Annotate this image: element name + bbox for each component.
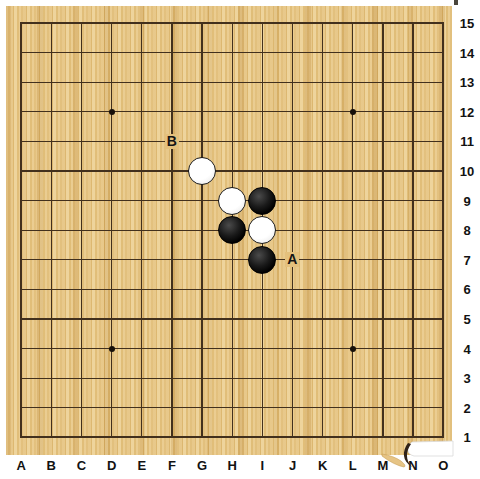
intersection (368, 156, 398, 186)
intersection (337, 127, 367, 157)
intersection (6, 304, 36, 334)
coord-letter-K: K (318, 458, 327, 473)
intersection (36, 97, 66, 127)
intersection (66, 304, 96, 334)
coord-number-15: 15 (455, 16, 479, 31)
intersection (217, 334, 247, 364)
intersection (36, 127, 66, 157)
intersection (307, 334, 337, 364)
intersection (398, 304, 428, 334)
intersection (337, 275, 367, 305)
intersection (368, 8, 398, 38)
intersection (96, 8, 126, 38)
intersection (66, 8, 96, 38)
intersection (368, 245, 398, 275)
intersection (307, 67, 337, 97)
intersection (96, 67, 126, 97)
intersection (66, 363, 96, 393)
intersection (337, 215, 367, 245)
intersection (398, 245, 428, 275)
intersection (247, 215, 277, 245)
intersection (428, 156, 458, 186)
intersection (307, 215, 337, 245)
intersection (187, 423, 217, 453)
intersection (187, 215, 217, 245)
stone-black-H8 (218, 216, 246, 244)
coord-letter-G: G (197, 458, 207, 473)
intersection: B (157, 127, 187, 157)
intersection (36, 245, 66, 275)
intersection (428, 127, 458, 157)
intersection (157, 186, 187, 216)
intersection (187, 363, 217, 393)
intersection (6, 156, 36, 186)
intersection (398, 334, 428, 364)
coord-number-14: 14 (455, 45, 479, 60)
intersection (247, 156, 277, 186)
intersection (428, 363, 458, 393)
intersection (217, 156, 247, 186)
intersection (187, 67, 217, 97)
intersection (217, 127, 247, 157)
intersection (217, 8, 247, 38)
intersection (6, 67, 36, 97)
intersection (368, 304, 398, 334)
intersection (307, 363, 337, 393)
intersection (127, 334, 157, 364)
intersection (66, 245, 96, 275)
intersection (187, 186, 217, 216)
intersection (127, 275, 157, 305)
coord-number-10: 10 (455, 164, 479, 179)
intersection (428, 393, 458, 423)
intersection (96, 334, 126, 364)
intersection (428, 215, 458, 245)
intersection (277, 186, 307, 216)
intersection (247, 186, 277, 216)
intersection (307, 8, 337, 38)
intersection (307, 127, 337, 157)
intersection: A (277, 245, 307, 275)
intersection (6, 245, 36, 275)
intersection (307, 423, 337, 453)
intersection (36, 275, 66, 305)
intersection (157, 304, 187, 334)
coord-letter-A: A (16, 458, 25, 473)
intersection (368, 334, 398, 364)
intersection (96, 97, 126, 127)
intersection (277, 334, 307, 364)
page-curl-decoration (374, 437, 454, 471)
intersection (277, 127, 307, 157)
intersection (428, 334, 458, 364)
intersection (368, 363, 398, 393)
intersection (247, 245, 277, 275)
intersection (187, 127, 217, 157)
intersection (157, 156, 187, 186)
intersection (157, 67, 187, 97)
intersection (307, 186, 337, 216)
intersection (127, 363, 157, 393)
stone-black-I9 (248, 187, 276, 215)
intersection (337, 186, 367, 216)
intersection (247, 334, 277, 364)
intersection (307, 304, 337, 334)
intersection (217, 186, 247, 216)
intersection (277, 275, 307, 305)
intersection (66, 186, 96, 216)
intersection (6, 38, 36, 68)
intersection (307, 38, 337, 68)
intersection (428, 8, 458, 38)
intersection (247, 8, 277, 38)
intersection (337, 245, 367, 275)
intersection (247, 38, 277, 68)
intersection (337, 304, 367, 334)
intersection (127, 215, 157, 245)
intersection (36, 363, 66, 393)
intersection (337, 38, 367, 68)
coord-letter-F: F (168, 458, 176, 473)
coord-letter-J: J (289, 458, 296, 473)
intersection (157, 38, 187, 68)
intersection (307, 393, 337, 423)
intersection (398, 97, 428, 127)
intersection (157, 393, 187, 423)
intersection (6, 8, 36, 38)
coord-letter-D: D (107, 458, 116, 473)
intersection (217, 67, 247, 97)
intersection (6, 215, 36, 245)
intersection (307, 97, 337, 127)
intersection (96, 215, 126, 245)
intersection (36, 156, 66, 186)
intersection (36, 8, 66, 38)
intersection (217, 363, 247, 393)
point-label-B: B (165, 134, 179, 149)
intersection (6, 275, 36, 305)
intersection (247, 423, 277, 453)
intersection (337, 363, 367, 393)
intersection (277, 215, 307, 245)
intersection (337, 334, 367, 364)
intersection (127, 67, 157, 97)
intersection (6, 393, 36, 423)
intersection (66, 393, 96, 423)
stone-black-I7 (248, 246, 276, 274)
intersection (187, 8, 217, 38)
coord-letter-E: E (137, 458, 146, 473)
intersection (96, 393, 126, 423)
star-point (350, 346, 356, 352)
star-point (109, 109, 115, 115)
intersection (217, 245, 247, 275)
intersection (428, 186, 458, 216)
intersection (6, 423, 36, 453)
intersection (66, 156, 96, 186)
intersection (66, 67, 96, 97)
intersection (96, 423, 126, 453)
intersection (217, 275, 247, 305)
star-point (350, 109, 356, 115)
intersection (127, 156, 157, 186)
intersection (96, 127, 126, 157)
intersection (157, 423, 187, 453)
coord-number-8: 8 (455, 223, 479, 238)
intersection (217, 304, 247, 334)
intersection (247, 275, 277, 305)
intersection (157, 363, 187, 393)
image-artifact-notch (454, 0, 458, 5)
intersection (398, 156, 428, 186)
intersection (187, 97, 217, 127)
coord-letter-L: L (349, 458, 357, 473)
intersection (277, 67, 307, 97)
coord-number-9: 9 (455, 193, 479, 208)
coord-number-12: 12 (455, 104, 479, 119)
intersection (337, 393, 367, 423)
intersection (217, 38, 247, 68)
intersection (247, 363, 277, 393)
intersection (398, 275, 428, 305)
intersection (337, 67, 367, 97)
coord-letter-I: I (260, 458, 264, 473)
intersection (368, 393, 398, 423)
intersection (398, 67, 428, 97)
intersection (127, 38, 157, 68)
intersection (127, 423, 157, 453)
intersection (96, 186, 126, 216)
intersection (368, 67, 398, 97)
coord-letter-C: C (77, 458, 86, 473)
intersection (277, 423, 307, 453)
intersection (428, 38, 458, 68)
intersection (157, 245, 187, 275)
intersection (96, 304, 126, 334)
intersection (36, 38, 66, 68)
intersection (337, 156, 367, 186)
intersection (217, 393, 247, 423)
intersection (6, 186, 36, 216)
intersection (157, 215, 187, 245)
intersection (127, 186, 157, 216)
intersection (247, 127, 277, 157)
intersection (277, 97, 307, 127)
intersection (187, 393, 217, 423)
intersection (187, 245, 217, 275)
intersection (187, 38, 217, 68)
coord-number-13: 13 (455, 75, 479, 90)
coord-number-5: 5 (455, 312, 479, 327)
intersection (277, 156, 307, 186)
intersection (247, 67, 277, 97)
intersection (307, 245, 337, 275)
intersection (307, 156, 337, 186)
intersection (6, 334, 36, 364)
intersection (277, 38, 307, 68)
intersection (36, 67, 66, 97)
intersection (66, 38, 96, 68)
intersection (66, 97, 96, 127)
intersection (157, 97, 187, 127)
intersection (277, 393, 307, 423)
intersection (96, 156, 126, 186)
intersection (337, 423, 367, 453)
intersection (247, 304, 277, 334)
intersection (36, 215, 66, 245)
stone-white-G10 (188, 157, 216, 185)
intersection (277, 304, 307, 334)
intersection (428, 97, 458, 127)
intersection (398, 393, 428, 423)
intersection (157, 8, 187, 38)
intersection (398, 186, 428, 216)
coord-number-3: 3 (455, 371, 479, 386)
intersection (277, 8, 307, 38)
intersection (428, 245, 458, 275)
gomoku-diagram-page: BA ABCDEFGHIJKLMNO 151413121110987654321 (0, 0, 480, 479)
intersection (187, 304, 217, 334)
intersection (428, 275, 458, 305)
coord-number-11: 11 (455, 134, 479, 149)
intersection (36, 334, 66, 364)
stone-white-H9 (218, 187, 246, 215)
board-grid: BA (6, 8, 458, 452)
intersection (96, 38, 126, 68)
intersection (247, 97, 277, 127)
intersection (398, 127, 428, 157)
intersection (127, 304, 157, 334)
intersection (127, 8, 157, 38)
intersection (127, 127, 157, 157)
intersection (337, 97, 367, 127)
intersection (157, 334, 187, 364)
intersection (217, 97, 247, 127)
intersection (96, 363, 126, 393)
intersection (368, 275, 398, 305)
intersection (36, 186, 66, 216)
intersection (6, 97, 36, 127)
intersection (66, 275, 96, 305)
coord-letter-H: H (227, 458, 236, 473)
stone-white-I8 (248, 216, 276, 244)
intersection (428, 67, 458, 97)
intersection (217, 423, 247, 453)
intersection (6, 363, 36, 393)
intersection (337, 8, 367, 38)
intersection (187, 334, 217, 364)
intersection (307, 275, 337, 305)
intersection (36, 393, 66, 423)
star-point (109, 346, 115, 352)
intersection (36, 423, 66, 453)
intersection (368, 38, 398, 68)
intersection (247, 393, 277, 423)
coord-number-4: 4 (455, 341, 479, 356)
coord-number-2: 2 (455, 400, 479, 415)
coord-letter-B: B (47, 458, 56, 473)
intersection (66, 127, 96, 157)
intersection (368, 97, 398, 127)
coord-number-7: 7 (455, 252, 479, 267)
intersection (96, 275, 126, 305)
intersection (368, 186, 398, 216)
intersection (127, 245, 157, 275)
intersection (96, 245, 126, 275)
intersection (398, 8, 428, 38)
intersection (398, 215, 428, 245)
intersection (368, 127, 398, 157)
coord-number-6: 6 (455, 282, 479, 297)
intersection (277, 363, 307, 393)
intersection (398, 38, 428, 68)
intersection (428, 304, 458, 334)
intersection (157, 275, 187, 305)
intersection (217, 215, 247, 245)
intersection (66, 334, 96, 364)
intersection (368, 215, 398, 245)
intersection (398, 363, 428, 393)
intersection (36, 304, 66, 334)
point-label-A: A (285, 252, 299, 267)
coord-number-1: 1 (455, 430, 479, 445)
intersection (127, 97, 157, 127)
intersection (187, 156, 217, 186)
intersection (187, 275, 217, 305)
intersection (6, 127, 36, 157)
intersection (66, 423, 96, 453)
intersection (127, 393, 157, 423)
intersection (66, 215, 96, 245)
